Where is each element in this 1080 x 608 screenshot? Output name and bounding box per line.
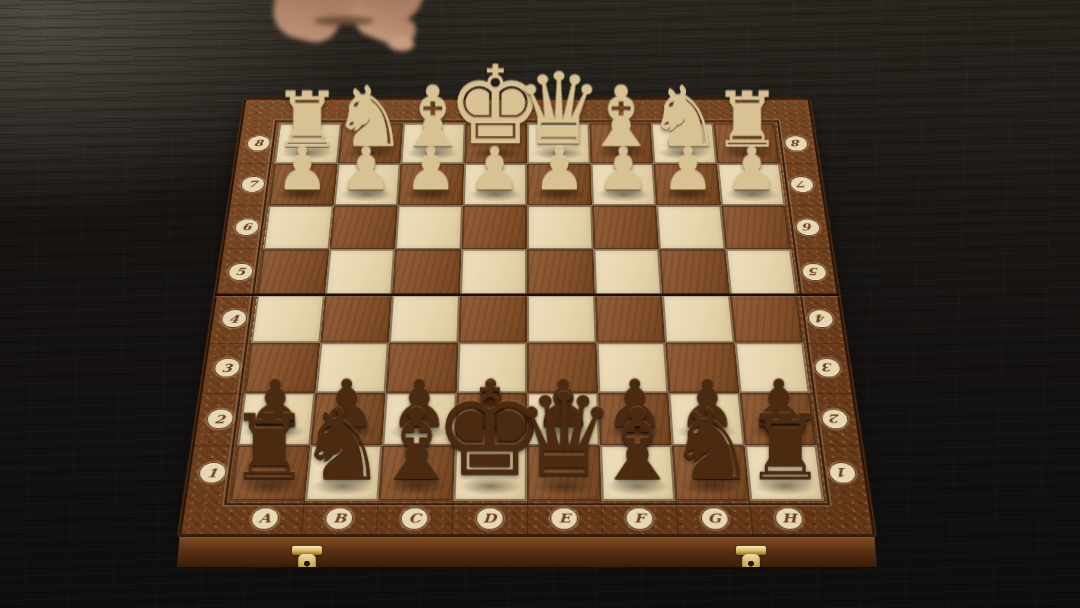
white-pawn: ♟ bbox=[533, 143, 586, 196]
scene: ♜♞♝♚♛♝♞♜♟♟♟♟♟♟♟♟♟♟♟♟♟♟♟♟♜♞♝♚♛♝♞♜ 8765432… bbox=[0, 0, 1080, 608]
square-b4 bbox=[320, 295, 392, 343]
square-b1: ♞ bbox=[304, 445, 382, 500]
square-c6 bbox=[395, 206, 462, 250]
square-h5 bbox=[725, 249, 797, 295]
coordinate-label: 4 bbox=[808, 310, 834, 327]
coordinate-label: 1 bbox=[828, 463, 856, 483]
white-pawn: ♟ bbox=[468, 143, 521, 196]
square-a4 bbox=[251, 295, 325, 343]
white-pawn: ♟ bbox=[597, 143, 650, 196]
label-cell: A bbox=[226, 501, 304, 536]
square-b5 bbox=[325, 249, 395, 295]
label-cell: 8 bbox=[237, 123, 280, 163]
square-a7: ♟ bbox=[269, 164, 338, 206]
label-cell: C bbox=[375, 501, 452, 536]
coordinate-label: G bbox=[701, 508, 728, 528]
coordinate-label: 4 bbox=[221, 310, 247, 327]
coordinate-label: F bbox=[626, 508, 652, 528]
label-cell: B bbox=[300, 501, 378, 536]
coordinate-label: 7 bbox=[241, 177, 265, 192]
label-cell: 5 bbox=[217, 249, 263, 295]
label-cell: 4 bbox=[210, 295, 257, 343]
square-d5 bbox=[460, 249, 528, 295]
label-cell: E bbox=[526, 501, 601, 536]
table-surface: ♜♞♝♚♛♝♞♜♟♟♟♟♟♟♟♟♟♟♟♟♟♟♟♟♜♞♝♚♛♝♞♜ 8765432… bbox=[0, 0, 1080, 608]
square-b7: ♟ bbox=[333, 164, 400, 206]
file-labels-bottom: ABCDEFGH bbox=[226, 501, 829, 536]
square-d7: ♟ bbox=[462, 164, 527, 206]
coordinate-label: 3 bbox=[214, 359, 240, 377]
square-g5 bbox=[659, 249, 729, 295]
square-c4 bbox=[389, 295, 460, 343]
white-pawn: ♟ bbox=[340, 143, 393, 196]
label-cell: G bbox=[675, 501, 753, 536]
label-cell: 3 bbox=[202, 343, 250, 393]
square-e5 bbox=[527, 249, 595, 295]
square-e7: ♟ bbox=[527, 164, 592, 206]
square-f7: ♟ bbox=[590, 164, 656, 206]
fold-seam bbox=[215, 294, 840, 296]
coordinate-label: 6 bbox=[234, 219, 258, 234]
square-f6 bbox=[592, 206, 659, 250]
coordinate-label: E bbox=[552, 508, 578, 528]
square-h4 bbox=[730, 295, 804, 343]
coordinate-label: 1 bbox=[198, 463, 226, 483]
chess-board: ♜♞♝♚♛♝♞♜♟♟♟♟♟♟♟♟♟♟♟♟♟♟♟♟♜♞♝♚♛♝♞♜ 8765432… bbox=[181, 100, 873, 536]
coordinate-label: D bbox=[477, 508, 503, 528]
square-f4 bbox=[595, 295, 666, 343]
square-e1: ♛ bbox=[527, 445, 601, 500]
label-cell: 4 bbox=[797, 295, 844, 343]
coordinate-label: 5 bbox=[228, 264, 253, 280]
square-h7: ♟ bbox=[717, 164, 786, 206]
square-b6 bbox=[329, 206, 398, 250]
board-grid: ♜♞♝♚♛♝♞♜♟♟♟♟♟♟♟♟♟♟♟♟♟♟♟♟♜♞♝♚♛♝♞♜ bbox=[230, 123, 824, 500]
white-pawn: ♟ bbox=[404, 143, 457, 196]
white-pawn: ♟ bbox=[276, 143, 329, 196]
label-cell: D bbox=[451, 501, 526, 536]
square-h6 bbox=[721, 206, 791, 250]
label-cell: 3 bbox=[803, 343, 851, 393]
coordinate-label: 5 bbox=[801, 264, 826, 280]
hand-fingertip bbox=[388, 36, 414, 51]
hand bbox=[262, 0, 452, 66]
coordinate-label: 3 bbox=[814, 359, 840, 377]
coordinate-label: 7 bbox=[790, 177, 814, 192]
black-rook: ♜ bbox=[745, 408, 825, 489]
square-a5 bbox=[257, 249, 329, 295]
coordinate-label: 6 bbox=[795, 219, 819, 234]
coordinate-label: C bbox=[401, 508, 427, 528]
square-g1: ♞ bbox=[672, 445, 750, 500]
coordinate-label: A bbox=[251, 508, 279, 528]
black-bishop: ♝ bbox=[372, 400, 460, 489]
square-g4 bbox=[662, 295, 734, 343]
board-front-edge bbox=[177, 534, 877, 567]
white-pawn: ♟ bbox=[726, 143, 779, 196]
black-rook: ♜ bbox=[229, 408, 309, 489]
square-d4 bbox=[458, 295, 527, 343]
square-g7: ♟ bbox=[653, 164, 720, 206]
coordinate-label: 8 bbox=[247, 136, 270, 150]
label-cell: 6 bbox=[785, 205, 830, 249]
square-c7: ♟ bbox=[398, 164, 464, 206]
square-g6 bbox=[656, 206, 725, 250]
label-cell: 8 bbox=[775, 123, 818, 163]
label-cell: 7 bbox=[230, 163, 274, 205]
square-a6 bbox=[263, 206, 333, 250]
black-knight: ♞ bbox=[667, 400, 755, 489]
square-e4 bbox=[527, 295, 596, 343]
square-d6 bbox=[461, 206, 527, 250]
label-cell: 5 bbox=[791, 249, 837, 295]
square-c5 bbox=[392, 249, 461, 295]
square-f5 bbox=[593, 249, 662, 295]
label-cell: 6 bbox=[224, 205, 269, 249]
hand-shadow bbox=[314, 16, 374, 26]
square-c1: ♝ bbox=[379, 445, 455, 500]
white-pawn: ♟ bbox=[661, 143, 714, 196]
coordinate-label: 8 bbox=[784, 136, 807, 150]
coordinate-label: B bbox=[326, 508, 353, 528]
coordinate-label: H bbox=[775, 508, 803, 528]
label-cell: H bbox=[749, 501, 828, 536]
label-cell: F bbox=[601, 501, 678, 536]
square-f1: ♝ bbox=[599, 445, 675, 500]
square-h1: ♜ bbox=[744, 445, 824, 500]
label-cell: 7 bbox=[780, 163, 824, 205]
square-e6 bbox=[527, 206, 593, 250]
